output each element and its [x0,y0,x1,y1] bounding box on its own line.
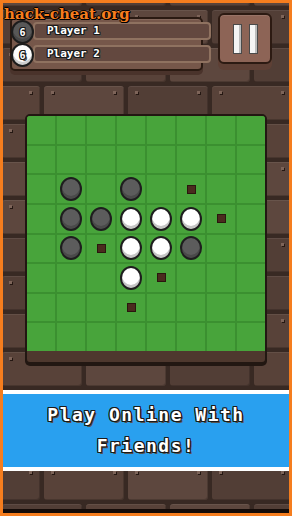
white-disc [150,207,172,231]
metal-plate [44,466,124,500]
board-cell[interactable] [177,264,205,292]
player1-disc-icon: 6 [11,20,34,44]
board-cell[interactable] [87,323,115,351]
rivet [29,471,32,474]
board-cell[interactable] [237,294,265,322]
board-cell[interactable] [147,264,175,292]
pause-icon [249,24,258,54]
board-cell[interactable] [57,264,85,292]
move-hint[interactable] [187,185,196,194]
move-hint[interactable] [217,214,226,223]
board-cell[interactable] [207,323,235,351]
white-disc [150,236,172,260]
white-disc [120,207,142,231]
board-cell[interactable] [147,205,175,233]
board-cell[interactable] [57,294,85,322]
metal-plate [170,0,250,6]
board-cell[interactable] [237,205,265,233]
player2-name: Player 2 [33,45,211,63]
rivet [281,319,284,322]
rivet [9,281,12,284]
black-disc [60,207,82,231]
metal-plate [128,466,208,500]
board-cell[interactable] [177,323,205,351]
metal-plate [212,466,292,500]
board-cell[interactable] [177,235,205,263]
board-cell[interactable] [87,146,115,174]
rivet [113,91,116,94]
board-cell[interactable] [147,235,175,263]
board-cell[interactable] [147,146,175,174]
player-panel: 6 Player 1 6 Player 2 [10,17,203,71]
board-cell[interactable] [237,323,265,351]
board-cell[interactable] [87,116,115,144]
board-cell[interactable] [27,323,55,351]
board-cell[interactable] [207,116,235,144]
player1-name: Player 1 [33,22,211,40]
board-cell[interactable] [207,205,235,233]
board-cell[interactable] [177,146,205,174]
board-cell[interactable] [177,205,205,233]
board-cell[interactable] [27,175,55,203]
board-cell[interactable] [27,294,55,322]
board-cell[interactable] [87,294,115,322]
board-cell[interactable] [177,175,205,203]
rivet [9,205,12,208]
game-screen: 6 Player 1 6 Player 2 Play Online With F… [0,0,292,516]
bottom-strip [0,509,292,513]
board-cell[interactable] [27,116,55,144]
board-cell[interactable] [117,323,145,351]
black-disc [60,236,82,260]
board-cell[interactable] [147,175,175,203]
rivet [51,471,54,474]
player1-score: 6 [19,27,25,38]
rivet [113,471,116,474]
rivet [51,91,54,94]
board-cell[interactable] [177,116,205,144]
board-cell[interactable] [207,146,235,174]
rivet [281,243,284,246]
board-cell[interactable] [87,175,115,203]
board-grid [27,116,265,351]
board-cell[interactable] [117,264,145,292]
metal-plate [254,0,292,6]
board-cell[interactable] [207,294,235,322]
white-disc [120,266,142,290]
rivet [219,471,222,474]
move-hint[interactable] [127,303,136,312]
board-cell[interactable] [237,264,265,292]
board-cell[interactable] [57,146,85,174]
board-cell[interactable] [237,146,265,174]
watermark: hack-cheat.org [4,5,130,23]
rivet [9,357,12,360]
board-cell[interactable] [57,235,85,263]
white-disc [120,236,142,260]
rivet [9,129,12,132]
board-cell[interactable] [27,146,55,174]
rivet [197,471,200,474]
board-cell[interactable] [57,175,85,203]
board-cell[interactable] [207,175,235,203]
metal-plate [0,466,40,500]
rivet [281,91,284,94]
game-board [25,114,267,364]
player2-disc-icon: 6 [11,43,34,67]
board-cell[interactable] [177,294,205,322]
online-banner[interactable]: Play Online With Friends! [0,390,292,471]
banner-line2: Friends! [0,430,292,461]
rivet [29,91,32,94]
board-cell[interactable] [57,205,85,233]
board-cell[interactable] [117,205,145,233]
rivet [219,91,222,94]
board-cell[interactable] [87,205,115,233]
pause-button[interactable] [218,13,272,64]
board-cell[interactable] [117,116,145,144]
pause-icon [233,24,242,54]
black-disc [120,177,142,201]
board-cell[interactable] [117,175,145,203]
board-cell[interactable] [27,235,55,263]
board-cell[interactable] [237,116,265,144]
black-disc [60,177,82,201]
move-hint[interactable] [157,273,166,282]
board-cell[interactable] [27,205,55,233]
board-cell[interactable] [147,116,175,144]
board-cell[interactable] [87,264,115,292]
board-cell[interactable] [237,235,265,263]
black-disc [180,236,202,260]
board-cell[interactable] [117,294,145,322]
rivet [135,471,138,474]
board-cell[interactable] [87,235,115,263]
board-cell[interactable] [237,175,265,203]
rivet [281,167,284,170]
board-cell[interactable] [117,146,145,174]
board-cell[interactable] [207,235,235,263]
board-cell[interactable] [207,264,235,292]
board-cell[interactable] [147,294,175,322]
player2-score: 6 [19,50,25,61]
board-cell[interactable] [57,116,85,144]
board-cell[interactable] [117,235,145,263]
white-disc [180,207,202,231]
rivet [135,91,138,94]
board-cell[interactable] [27,264,55,292]
board-cell[interactable] [147,323,175,351]
rivet [197,91,200,94]
black-disc [90,207,112,231]
banner-line1: Play Online With [0,399,292,430]
move-hint[interactable] [97,244,106,253]
board-cell[interactable] [57,323,85,351]
rivet [281,15,284,18]
rivet [281,471,284,474]
